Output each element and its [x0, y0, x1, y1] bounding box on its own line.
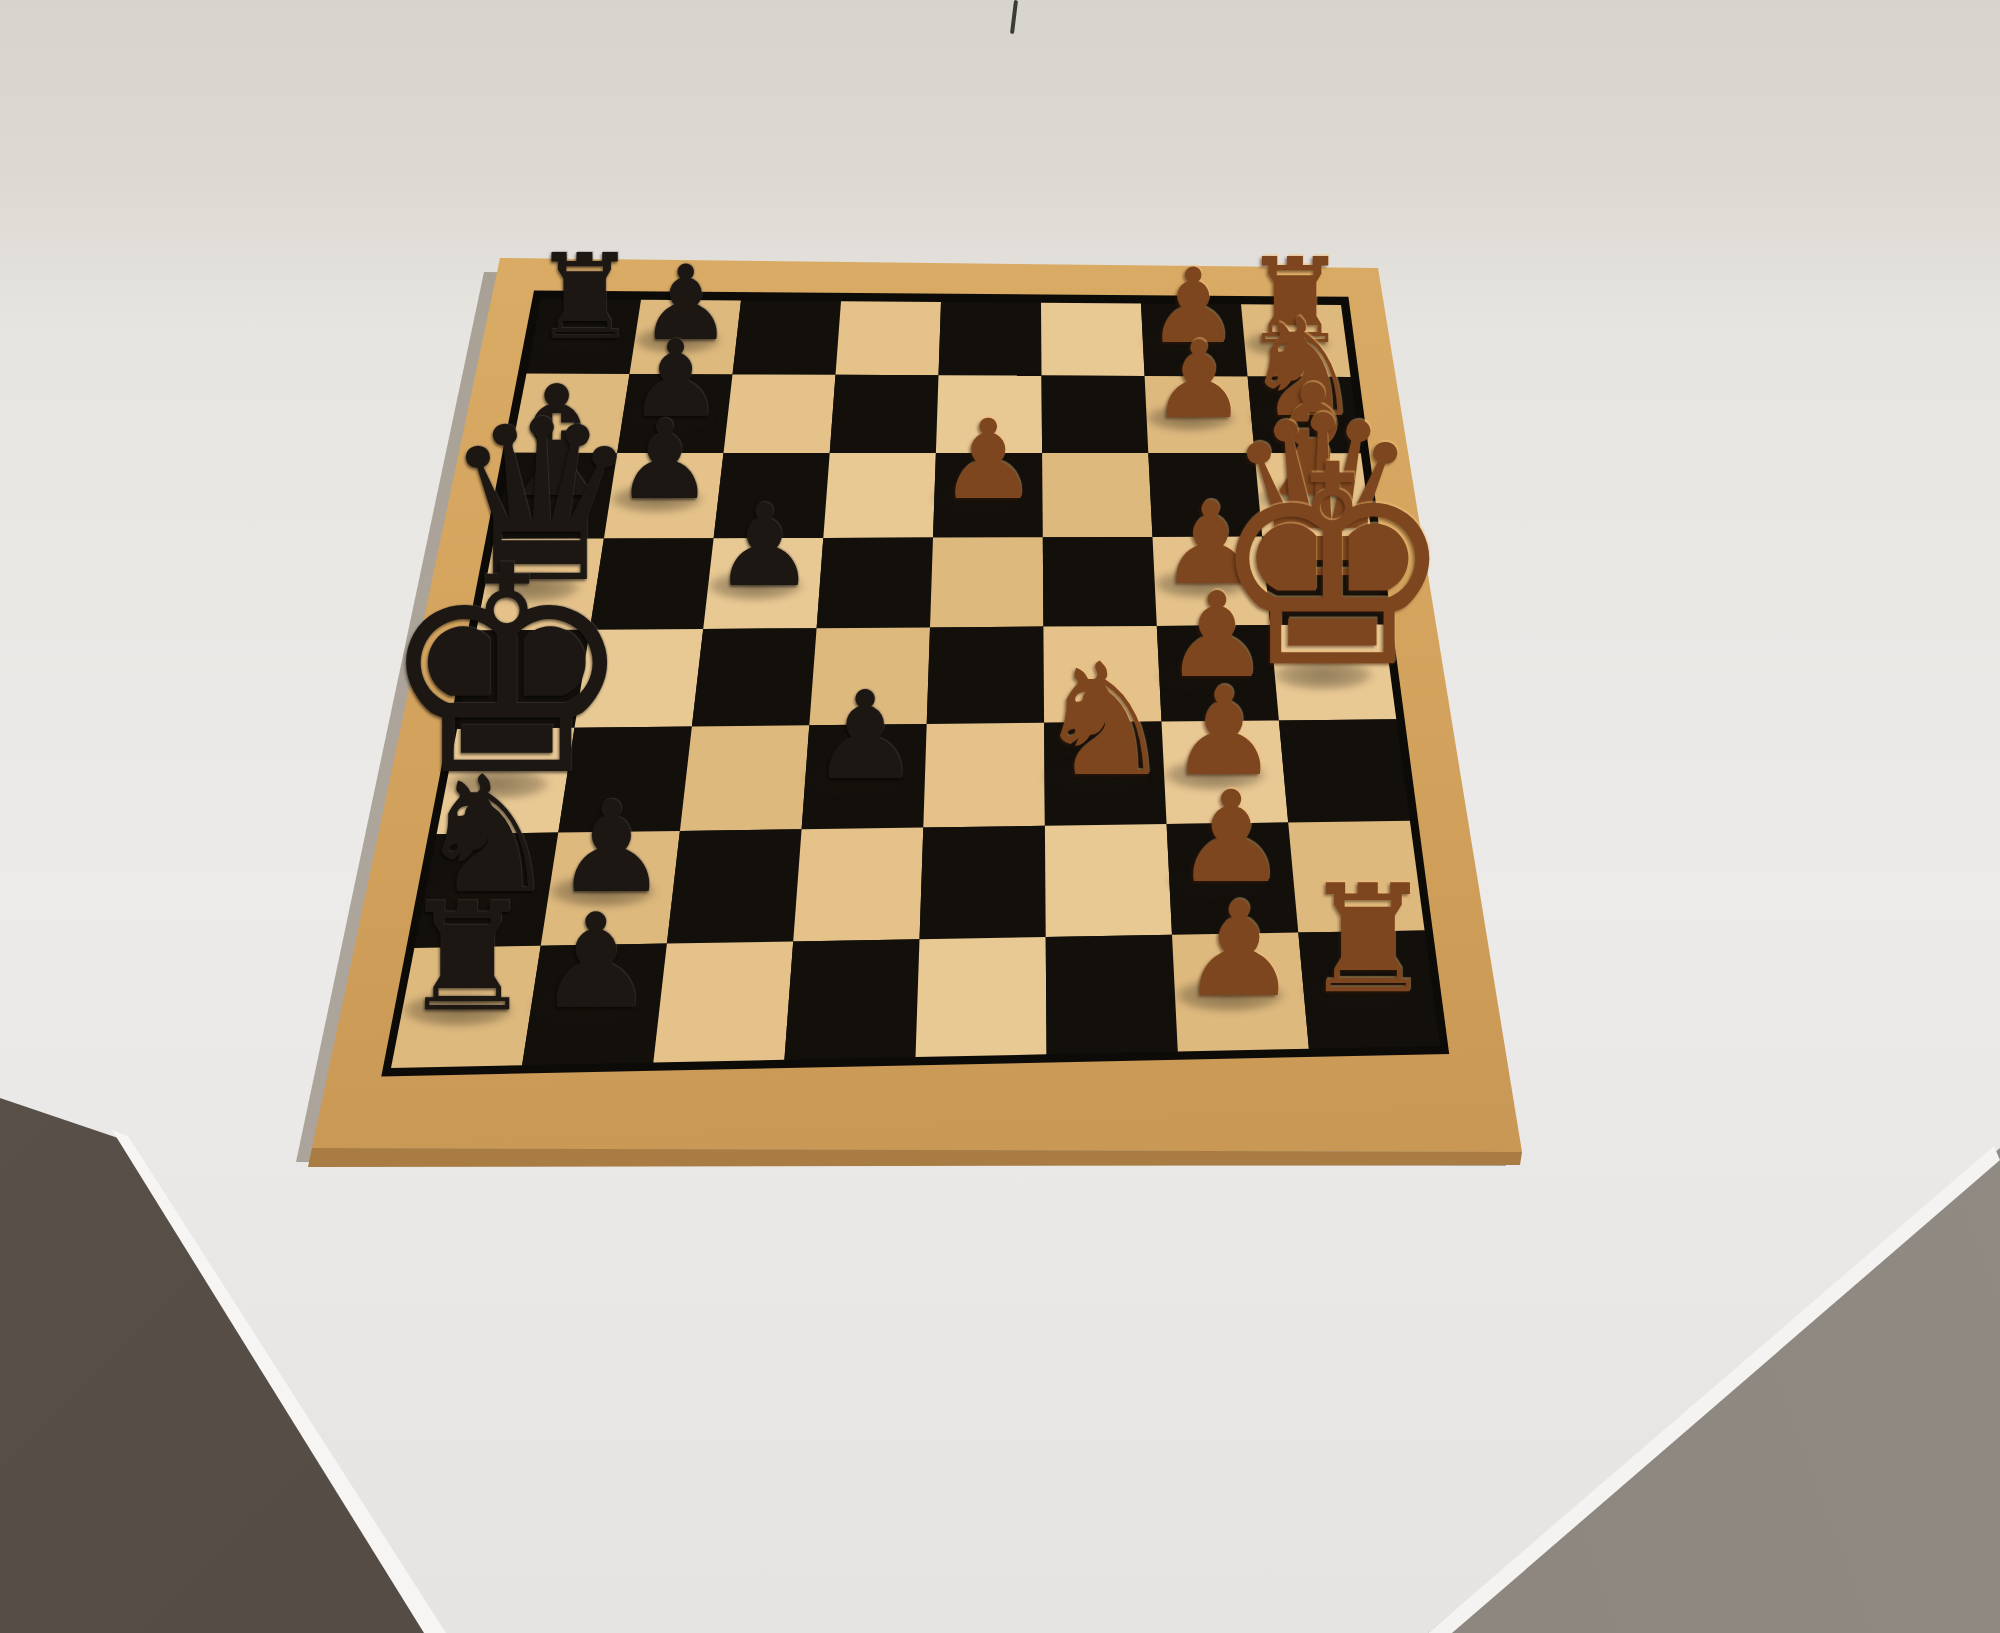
square-f4[interactable] [0, 0, 2000, 1633]
chess-board: ♜♞♝♛♚♜♟♟♟♟♟♟♟♟♞♜♝♛♚♞♜♟♟♟♟♟♟♟ [0, 0, 2000, 1633]
piece-white-knight-f3[interactable]: ♞ [1035, 643, 1174, 798]
piece-black-pawn-h7[interactable]: ♟ [537, 896, 655, 1027]
piece-white-pawn-h2[interactable]: ♟ [1180, 884, 1298, 1015]
piece-black-rook-h8[interactable]: ♜ [400, 882, 534, 1031]
piece-black-pawn-f5[interactable]: ♟ [811, 676, 920, 798]
piece-black-rook-a8[interactable]: ♜ [532, 238, 638, 356]
piece-white-pawn-c4[interactable]: ♟ [939, 405, 1038, 515]
piece-white-rook-h1[interactable]: ♜ [1301, 865, 1435, 1014]
piece-black-pawn-d6[interactable]: ♟ [713, 490, 815, 604]
